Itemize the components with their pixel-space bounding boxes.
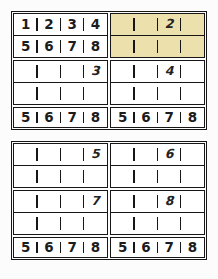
cell-r1c4: 8 bbox=[84, 108, 107, 127]
cell-r1c3[interactable] bbox=[61, 191, 84, 212]
cell-r1c3: 7 bbox=[61, 108, 84, 127]
cell-r2c3[interactable] bbox=[61, 213, 84, 234]
digit: 5 bbox=[21, 111, 30, 125]
cell-r1c2[interactable] bbox=[37, 191, 60, 212]
answer-card-7: 7 bbox=[13, 190, 108, 235]
card-row-2 bbox=[14, 165, 107, 187]
cell-r2c2[interactable] bbox=[37, 166, 60, 187]
cell-r1c4: 8 bbox=[84, 238, 107, 257]
card-row-1: 4 bbox=[111, 61, 204, 82]
cell-r1c1: 5 bbox=[111, 238, 134, 257]
cell-r2c3[interactable] bbox=[158, 83, 181, 104]
digit: 5 bbox=[21, 241, 30, 255]
digit: 1 bbox=[21, 18, 30, 32]
digit: 8 bbox=[165, 195, 174, 208]
cell-r2c3[interactable] bbox=[158, 36, 181, 57]
cell-r2c1: 5 bbox=[14, 36, 37, 57]
answer-card-4: 4 bbox=[110, 60, 205, 105]
digit: 6 bbox=[44, 40, 53, 54]
cell-r1c1: 1 bbox=[14, 14, 37, 35]
cell-r1c4[interactable] bbox=[181, 61, 204, 82]
answer-card-8: 8 bbox=[110, 190, 205, 235]
cell-r1c1: 5 bbox=[14, 108, 37, 127]
digit: 4 bbox=[91, 18, 100, 32]
digit: 7 bbox=[67, 241, 76, 255]
digit: 8 bbox=[188, 241, 197, 255]
answer-card-3: 3 bbox=[13, 60, 108, 105]
cell-r2c2[interactable] bbox=[134, 213, 157, 234]
answer-card-2: 2 bbox=[110, 13, 205, 58]
answer-card-6: 6 bbox=[110, 143, 205, 188]
cell-r2c3[interactable] bbox=[158, 166, 181, 187]
digit: 8 bbox=[91, 111, 100, 125]
cell-r2c1[interactable] bbox=[14, 83, 37, 104]
card-row-1: 5678 bbox=[14, 108, 107, 127]
cell-r1c3[interactable]: 4 bbox=[158, 61, 181, 82]
cell-r2c2[interactable] bbox=[134, 166, 157, 187]
cell-r2c1[interactable] bbox=[111, 83, 134, 104]
puzzle-block-1: 1234567823456785678 bbox=[11, 11, 207, 130]
cell-r2c4[interactable] bbox=[181, 36, 204, 57]
digit: 3 bbox=[67, 18, 76, 32]
digit: 8 bbox=[188, 111, 197, 125]
cell-r1c2[interactable] bbox=[37, 61, 60, 82]
card-row-2 bbox=[14, 212, 107, 234]
card-row-1: 5 bbox=[14, 144, 107, 165]
cell-r1c1[interactable] bbox=[111, 14, 134, 35]
cell-r1c3[interactable] bbox=[61, 61, 84, 82]
card-row-1: 8 bbox=[111, 191, 204, 212]
worksheet: 1234567823456785678567856785678 bbox=[0, 0, 218, 279]
cell-r1c1[interactable] bbox=[14, 144, 37, 165]
cell-r1c2: 6 bbox=[134, 238, 157, 257]
cell-r2c2[interactable] bbox=[134, 83, 157, 104]
cell-r1c4[interactable] bbox=[181, 191, 204, 212]
puzzle-block-2: 567856785678 bbox=[11, 141, 207, 260]
digit: 8 bbox=[91, 40, 100, 54]
digit: 6 bbox=[141, 111, 150, 125]
digit: 4 bbox=[165, 65, 174, 78]
cell-r1c3[interactable]: 8 bbox=[158, 191, 181, 212]
digit: 6 bbox=[141, 241, 150, 255]
digit: 7 bbox=[164, 111, 173, 125]
cell-r1c1: 5 bbox=[111, 108, 134, 127]
cell-r1c3: 7 bbox=[158, 238, 181, 257]
cell-r1c3: 3 bbox=[61, 14, 84, 35]
card-row-1: 7 bbox=[14, 191, 107, 212]
cell-r1c4: 8 bbox=[181, 108, 204, 127]
digit: 2 bbox=[44, 18, 53, 32]
cell-r1c3[interactable] bbox=[61, 144, 84, 165]
cell-r2c4: 8 bbox=[84, 36, 107, 57]
cell-r1c4[interactable]: 5 bbox=[84, 144, 107, 165]
cell-r2c4[interactable] bbox=[181, 83, 204, 104]
digit: 7 bbox=[164, 241, 173, 255]
cell-r2c3[interactable] bbox=[61, 166, 84, 187]
card-row-2 bbox=[111, 35, 204, 57]
cell-r2c4[interactable] bbox=[181, 213, 204, 234]
cell-r2c1[interactable] bbox=[14, 213, 37, 234]
card-row-1: 5678 bbox=[111, 108, 204, 127]
cell-r2c2[interactable] bbox=[37, 213, 60, 234]
cell-r2c1[interactable] bbox=[111, 213, 134, 234]
cell-r1c3[interactable]: 2 bbox=[158, 14, 181, 35]
cell-r2c3[interactable] bbox=[61, 83, 84, 104]
cell-r1c1: 5 bbox=[14, 238, 37, 257]
card-row-2 bbox=[111, 165, 204, 187]
cell-r1c4: 4 bbox=[84, 14, 107, 35]
digit: 5 bbox=[21, 40, 30, 54]
check-strip-5678-right: 5678 bbox=[110, 107, 205, 128]
card-row-2 bbox=[111, 82, 204, 104]
cell-r1c2: 6 bbox=[134, 108, 157, 127]
check-strip-5678-left: 5678 bbox=[13, 237, 108, 258]
cell-r1c2: 6 bbox=[37, 108, 60, 127]
digit: 3 bbox=[91, 65, 100, 78]
card-row-1: 6 bbox=[111, 144, 204, 165]
cell-r2c1[interactable] bbox=[111, 36, 134, 57]
cell-r2c2[interactable] bbox=[37, 83, 60, 104]
cell-r2c2: 6 bbox=[37, 36, 60, 57]
digit: 6 bbox=[165, 148, 174, 161]
card-row-2 bbox=[111, 212, 204, 234]
digit: 2 bbox=[165, 18, 174, 31]
cell-r2c4[interactable] bbox=[84, 83, 107, 104]
card-row-1: 5678 bbox=[111, 238, 204, 257]
check-strip-5678-right: 5678 bbox=[110, 237, 205, 258]
cell-r1c2[interactable] bbox=[37, 144, 60, 165]
digit: 8 bbox=[91, 241, 100, 255]
digit: 5 bbox=[91, 148, 100, 161]
digit: 7 bbox=[67, 111, 76, 125]
cell-r1c2[interactable] bbox=[134, 14, 157, 35]
cell-r2c4[interactable] bbox=[181, 166, 204, 187]
card-row-1: 2 bbox=[111, 14, 204, 35]
digit: 7 bbox=[91, 195, 100, 208]
cell-r1c1[interactable] bbox=[111, 61, 134, 82]
cell-r1c4[interactable]: 3 bbox=[84, 61, 107, 82]
digit: 5 bbox=[118, 111, 127, 125]
digit: 6 bbox=[44, 241, 53, 255]
given-card-1-to-8: 12345678 bbox=[13, 13, 108, 58]
digit: 6 bbox=[44, 111, 53, 125]
cell-r2c3: 7 bbox=[61, 36, 84, 57]
cell-r1c1[interactable] bbox=[111, 144, 134, 165]
card-row-1: 5678 bbox=[14, 238, 107, 257]
answer-card-5: 5 bbox=[13, 143, 108, 188]
cell-r1c2: 6 bbox=[37, 238, 60, 257]
digit: 5 bbox=[118, 241, 127, 255]
cell-r1c2[interactable] bbox=[134, 144, 157, 165]
cell-r1c3[interactable]: 6 bbox=[158, 144, 181, 165]
cell-r2c3[interactable] bbox=[158, 213, 181, 234]
digit: 7 bbox=[67, 40, 76, 54]
card-row-1: 1234 bbox=[14, 14, 107, 35]
cell-r1c1[interactable] bbox=[14, 191, 37, 212]
cell-r1c3: 7 bbox=[158, 108, 181, 127]
cell-r2c1[interactable] bbox=[111, 166, 134, 187]
cell-r1c4[interactable] bbox=[181, 144, 204, 165]
cell-r2c4[interactable] bbox=[84, 213, 107, 234]
cell-r1c2[interactable] bbox=[134, 191, 157, 212]
cell-r1c2: 2 bbox=[37, 14, 60, 35]
cell-r1c3: 7 bbox=[61, 238, 84, 257]
cell-r1c4[interactable] bbox=[181, 14, 204, 35]
card-row-2: 5678 bbox=[14, 35, 107, 57]
cell-r2c2[interactable] bbox=[134, 36, 157, 57]
card-row-1: 3 bbox=[14, 61, 107, 82]
cell-r1c4: 8 bbox=[181, 238, 204, 257]
card-row-2 bbox=[14, 82, 107, 104]
cell-r1c2[interactable] bbox=[134, 61, 157, 82]
cell-r1c1[interactable] bbox=[111, 191, 134, 212]
cell-r2c1[interactable] bbox=[14, 166, 37, 187]
cell-r2c4[interactable] bbox=[84, 166, 107, 187]
check-strip-5678-left: 5678 bbox=[13, 107, 108, 128]
cell-r1c4[interactable]: 7 bbox=[84, 191, 107, 212]
cell-r1c1[interactable] bbox=[14, 61, 37, 82]
